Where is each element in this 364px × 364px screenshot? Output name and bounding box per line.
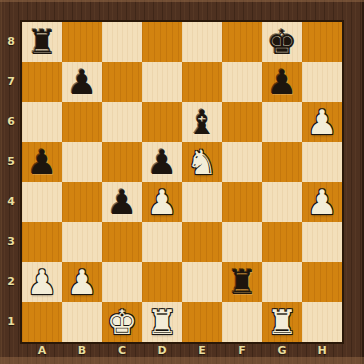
square-g1[interactable]: ♜ <box>262 302 302 342</box>
file-label-d: D <box>142 343 182 358</box>
square-h3[interactable] <box>302 222 342 262</box>
square-h1[interactable] <box>302 302 342 342</box>
rank-label-7: 7 <box>2 62 20 102</box>
piece-black-bishop[interactable]: ♝ <box>187 105 217 139</box>
file-label-e: E <box>182 343 222 358</box>
square-f6[interactable] <box>222 102 262 142</box>
square-h2[interactable] <box>302 262 342 302</box>
piece-white-pawn[interactable]: ♟ <box>147 185 177 219</box>
chessboard: ♜♚♟♟♝♟♟♟♞♟♟♟♟♟♜♚♜♜ <box>22 22 342 342</box>
square-e5[interactable]: ♞ <box>182 142 222 182</box>
square-f2[interactable]: ♜ <box>222 262 262 302</box>
square-e1[interactable] <box>182 302 222 342</box>
square-f8[interactable] <box>222 22 262 62</box>
square-c1[interactable]: ♚ <box>102 302 142 342</box>
square-c8[interactable] <box>102 22 142 62</box>
square-f4[interactable] <box>222 182 262 222</box>
square-g3[interactable] <box>262 222 302 262</box>
file-label-g: G <box>262 343 302 358</box>
rank-label-1: 1 <box>2 302 20 342</box>
square-c6[interactable] <box>102 102 142 142</box>
piece-black-pawn[interactable]: ♟ <box>27 145 57 179</box>
piece-white-king[interactable]: ♚ <box>107 305 137 339</box>
square-b1[interactable] <box>62 302 102 342</box>
square-b3[interactable] <box>62 222 102 262</box>
file-label-a: A <box>22 343 62 358</box>
chessboard-frame: ♜♚♟♟♝♟♟♟♞♟♟♟♟♟♜♚♜♜ 87654321ABCDEFGH <box>0 0 364 364</box>
piece-white-rook[interactable]: ♜ <box>267 305 297 339</box>
square-b2[interactable]: ♟ <box>62 262 102 302</box>
square-b8[interactable] <box>62 22 102 62</box>
square-e4[interactable] <box>182 182 222 222</box>
square-d2[interactable] <box>142 262 182 302</box>
square-d5[interactable]: ♟ <box>142 142 182 182</box>
rank-label-3: 3 <box>2 222 20 262</box>
square-d4[interactable]: ♟ <box>142 182 182 222</box>
square-b7[interactable]: ♟ <box>62 62 102 102</box>
square-a8[interactable]: ♜ <box>22 22 62 62</box>
square-a4[interactable] <box>22 182 62 222</box>
square-h7[interactable] <box>302 62 342 102</box>
piece-white-pawn[interactable]: ♟ <box>67 265 97 299</box>
square-c2[interactable] <box>102 262 142 302</box>
piece-black-king[interactable]: ♚ <box>267 25 297 59</box>
square-a2[interactable]: ♟ <box>22 262 62 302</box>
square-e8[interactable] <box>182 22 222 62</box>
square-c5[interactable] <box>102 142 142 182</box>
square-d7[interactable] <box>142 62 182 102</box>
file-label-h: H <box>302 343 342 358</box>
rank-label-6: 6 <box>2 102 20 142</box>
square-d6[interactable] <box>142 102 182 142</box>
square-h6[interactable]: ♟ <box>302 102 342 142</box>
square-d8[interactable] <box>142 22 182 62</box>
square-g2[interactable] <box>262 262 302 302</box>
square-f7[interactable] <box>222 62 262 102</box>
square-c4[interactable]: ♟ <box>102 182 142 222</box>
piece-black-rook[interactable]: ♜ <box>27 25 57 59</box>
square-e7[interactable] <box>182 62 222 102</box>
square-a1[interactable] <box>22 302 62 342</box>
square-a7[interactable] <box>22 62 62 102</box>
square-g6[interactable] <box>262 102 302 142</box>
square-g5[interactable] <box>262 142 302 182</box>
piece-black-pawn[interactable]: ♟ <box>67 65 97 99</box>
square-f5[interactable] <box>222 142 262 182</box>
square-g4[interactable] <box>262 182 302 222</box>
file-label-b: B <box>62 343 102 358</box>
square-h8[interactable] <box>302 22 342 62</box>
piece-white-pawn[interactable]: ♟ <box>307 185 337 219</box>
square-d1[interactable]: ♜ <box>142 302 182 342</box>
square-h4[interactable]: ♟ <box>302 182 342 222</box>
square-a6[interactable] <box>22 102 62 142</box>
piece-white-pawn[interactable]: ♟ <box>27 265 57 299</box>
rank-label-4: 4 <box>2 182 20 222</box>
square-a5[interactable]: ♟ <box>22 142 62 182</box>
piece-black-pawn[interactable]: ♟ <box>107 185 137 219</box>
piece-white-knight[interactable]: ♞ <box>187 145 217 179</box>
square-b6[interactable] <box>62 102 102 142</box>
square-e2[interactable] <box>182 262 222 302</box>
square-b5[interactable] <box>62 142 102 182</box>
file-label-f: F <box>222 343 262 358</box>
square-e6[interactable]: ♝ <box>182 102 222 142</box>
rank-label-5: 5 <box>2 142 20 182</box>
square-b4[interactable] <box>62 182 102 222</box>
square-a3[interactable] <box>22 222 62 262</box>
piece-black-pawn[interactable]: ♟ <box>267 65 297 99</box>
square-g7[interactable]: ♟ <box>262 62 302 102</box>
piece-white-rook[interactable]: ♜ <box>147 305 177 339</box>
square-h5[interactable] <box>302 142 342 182</box>
square-f1[interactable] <box>222 302 262 342</box>
piece-black-pawn[interactable]: ♟ <box>147 145 177 179</box>
square-f3[interactable] <box>222 222 262 262</box>
piece-black-rook[interactable]: ♜ <box>227 265 257 299</box>
square-e3[interactable] <box>182 222 222 262</box>
piece-white-pawn[interactable]: ♟ <box>307 105 337 139</box>
square-c3[interactable] <box>102 222 142 262</box>
square-c7[interactable] <box>102 62 142 102</box>
rank-label-2: 2 <box>2 262 20 302</box>
square-g8[interactable]: ♚ <box>262 22 302 62</box>
rank-label-8: 8 <box>2 22 20 62</box>
square-d3[interactable] <box>142 222 182 262</box>
file-label-c: C <box>102 343 142 358</box>
